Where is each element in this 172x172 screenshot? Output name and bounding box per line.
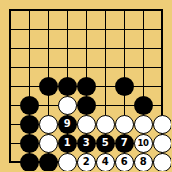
stones-layer: 91357102468 bbox=[1, 1, 172, 172]
black-stone bbox=[39, 77, 58, 96]
white-stone: 6 bbox=[115, 153, 134, 172]
black-stone: 7 bbox=[115, 134, 134, 153]
move-number-label: 8 bbox=[140, 157, 146, 167]
white-stone: 10 bbox=[134, 134, 153, 153]
move-number-label: 4 bbox=[102, 157, 108, 167]
black-stone bbox=[134, 96, 153, 115]
white-stone bbox=[115, 115, 134, 134]
white-stone bbox=[58, 153, 77, 172]
white-stone: 2 bbox=[77, 153, 96, 172]
white-stone bbox=[96, 115, 115, 134]
white-stone bbox=[39, 134, 58, 153]
move-number-label: 3 bbox=[83, 138, 89, 148]
black-stone bbox=[20, 96, 39, 115]
black-stone bbox=[20, 153, 39, 172]
black-stone bbox=[20, 134, 39, 153]
move-number-label: 2 bbox=[83, 157, 89, 167]
white-stone bbox=[39, 115, 58, 134]
white-stone: 8 bbox=[134, 153, 153, 172]
black-stone: 3 bbox=[77, 134, 96, 153]
move-number-label: 6 bbox=[121, 157, 127, 167]
black-stone bbox=[20, 115, 39, 134]
move-number-label: 1 bbox=[64, 138, 70, 148]
white-stone bbox=[153, 115, 172, 134]
black-stone: 9 bbox=[58, 115, 77, 134]
white-stone: 4 bbox=[96, 153, 115, 172]
go-board[interactable]: 91357102468 bbox=[0, 0, 171, 171]
black-stone bbox=[39, 153, 58, 172]
white-stone bbox=[153, 153, 172, 172]
white-stone bbox=[77, 115, 96, 134]
black-stone: 5 bbox=[96, 134, 115, 153]
white-stone bbox=[134, 115, 153, 134]
move-number-label: 5 bbox=[102, 138, 108, 148]
black-stone bbox=[77, 96, 96, 115]
white-stone bbox=[58, 96, 77, 115]
move-number-label: 10 bbox=[138, 139, 149, 148]
white-stone bbox=[153, 134, 172, 153]
move-number-label: 9 bbox=[64, 119, 70, 129]
black-stone bbox=[58, 77, 77, 96]
black-stone bbox=[115, 77, 134, 96]
black-stone: 1 bbox=[58, 134, 77, 153]
black-stone bbox=[77, 77, 96, 96]
move-number-label: 7 bbox=[121, 138, 127, 148]
